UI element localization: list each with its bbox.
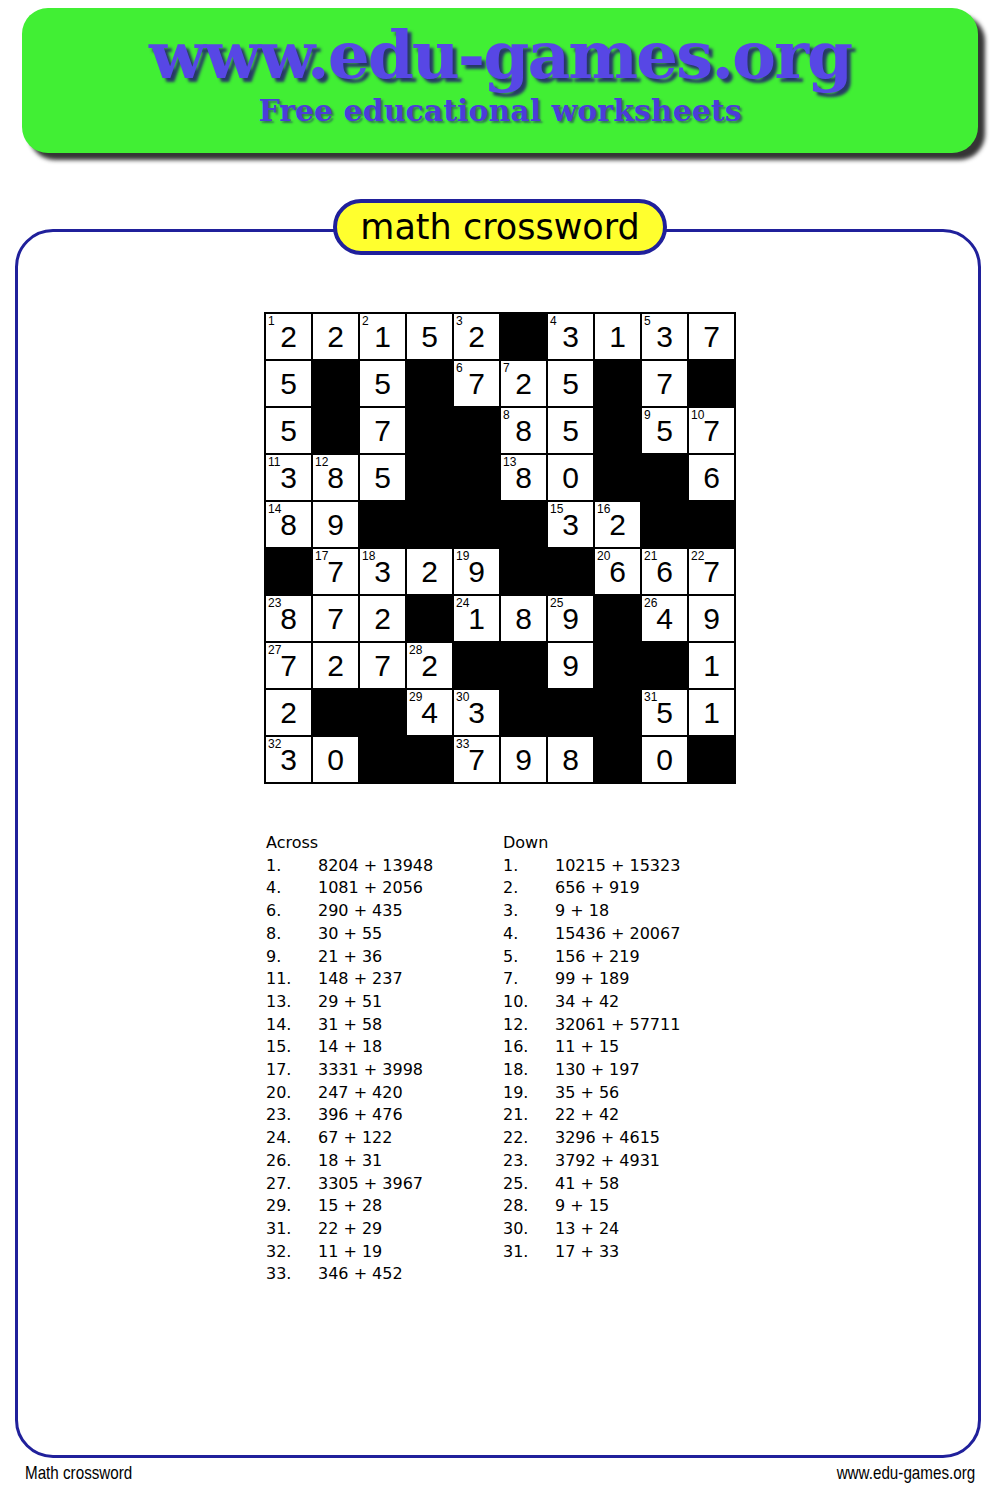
clue-num: 1. [266,855,318,878]
grid-cell[interactable]: 259 [548,596,593,641]
cell-digit: 8 [266,602,311,636]
worksheet-title: math crossword [360,210,639,245]
cell-digit: 5 [407,320,452,354]
grid-cell[interactable]: 5 [407,314,452,359]
grid-cell[interactable]: 323 [266,737,311,782]
grid-cell[interactable]: 72 [501,361,546,406]
clue-num: 10. [503,991,555,1014]
blocked-cell [454,502,499,547]
cell-digit: 7 [454,367,499,401]
clue-text: 396 + 476 [318,1104,501,1127]
blocked-cell [407,408,452,453]
grid-cell[interactable]: 216 [642,549,687,594]
cell-digit: 5 [266,367,311,401]
clue-num: 17. [266,1059,318,1082]
blocked-cell [642,643,687,688]
grid-cell[interactable]: 153 [548,502,593,547]
grid-cell[interactable]: 88 [501,408,546,453]
blocked-cell [454,643,499,688]
cell-digit: 2 [313,649,358,683]
blocked-cell [595,737,640,782]
cell-digit: 7 [313,602,358,636]
clue-row: 3.9 + 18 [503,900,748,923]
grid-cell[interactable]: 8 [501,596,546,641]
blocked-cell [313,361,358,406]
grid-cell[interactable]: 53 [642,314,687,359]
grid-cell[interactable]: 7 [642,361,687,406]
blocked-cell [642,455,687,500]
clue-text: 148 + 237 [318,968,501,991]
clue-row: 11.148 + 237 [266,968,501,991]
clue-row: 4.15436 + 20067 [503,923,748,946]
cell-digit: 2 [360,602,405,636]
cell-digit: 2 [266,320,311,354]
clue-row: 17.3331 + 3998 [266,1059,501,1082]
grid-cell[interactable]: 227 [689,549,734,594]
clue-text: 14 + 18 [318,1036,501,1059]
grid-cell[interactable]: 1 [689,690,734,735]
clue-row: 26.18 + 31 [266,1150,501,1173]
clue-row: 18.130 + 197 [503,1059,748,1082]
clue-text: 41 + 58 [555,1173,748,1196]
worksheet-page: www.edu-games.org Free educational works… [0,0,1000,1500]
clue-text: 10215 + 15323 [555,855,748,878]
clue-num: 9. [266,946,318,969]
clue-text: 18 + 31 [318,1150,501,1173]
blocked-cell [595,455,640,500]
cell-digit: 0 [548,461,593,495]
clue-text: 3296 + 4615 [555,1127,748,1150]
clue-num: 11. [266,968,318,991]
clue-row: 23.3792 + 4931 [503,1150,748,1173]
clue-num: 12. [503,1014,555,1037]
clue-text: 29 + 51 [318,991,501,1014]
grid-cell[interactable]: 128 [313,455,358,500]
cell-digit: 1 [454,602,499,636]
clue-num: 32. [266,1241,318,1264]
clue-text: 67 + 122 [318,1127,501,1150]
cell-digit: 8 [266,508,311,542]
clue-row: 28.9 + 15 [503,1195,748,1218]
grid-cell[interactable]: 2 [313,314,358,359]
cell-digit: 5 [642,414,687,448]
clue-row: 19.35 + 56 [503,1082,748,1105]
clue-text: 1081 + 2056 [318,877,501,900]
blocked-cell [313,690,358,735]
cell-digit: 2 [501,367,546,401]
cell-digit: 9 [689,602,734,636]
clue-row: 20.247 + 420 [266,1082,501,1105]
cell-digit: 8 [501,602,546,636]
cell-digit: 6 [595,555,640,589]
clue-text: 17 + 33 [555,1241,748,1264]
cell-digit: 7 [360,414,405,448]
clue-text: 656 + 919 [555,877,748,900]
cell-digit: 0 [313,743,358,777]
cell-digit: 7 [689,320,734,354]
clue-row: 30.13 + 24 [503,1218,748,1241]
footer-site-url: www.edu-games.org [836,1462,975,1484]
across-label: Across [266,832,501,855]
grid-cell[interactable]: 9 [501,737,546,782]
blocked-cell [501,502,546,547]
clue-row: 22.3296 + 4615 [503,1127,748,1150]
cell-digit: 3 [266,461,311,495]
cell-digit: 9 [313,508,358,542]
clue-text: 13 + 24 [555,1218,748,1241]
clue-num: 13. [266,991,318,1014]
clue-num: 6. [266,900,318,923]
clue-num: 33. [266,1263,318,1286]
clue-num: 22. [503,1127,555,1150]
cell-digit: 8 [548,743,593,777]
blocked-cell [360,502,405,547]
grid-cell[interactable]: 9 [689,596,734,641]
blocked-cell [595,643,640,688]
cell-digit: 5 [266,414,311,448]
clue-text: 21 + 36 [318,946,501,969]
clue-num: 2. [503,877,555,900]
clue-row: 7.99 + 189 [503,968,748,991]
clue-text: 9 + 18 [555,900,748,923]
clue-num: 31. [503,1241,555,1264]
blocked-cell [360,737,405,782]
grid-cell[interactable]: 32 [454,314,499,359]
grid-cell[interactable]: 5 [266,408,311,453]
clue-row: 9.21 + 36 [266,946,501,969]
clue-text: 3792 + 4931 [555,1150,748,1173]
grid-cell[interactable]: 8 [548,737,593,782]
clue-num: 5. [503,946,555,969]
clue-num: 19. [503,1082,555,1105]
grid-cell[interactable]: 138 [501,455,546,500]
grid-cell[interactable]: 6 [689,455,734,500]
cell-digit: 2 [407,649,452,683]
cell-digit: 3 [360,555,405,589]
grid-cell[interactable]: 5 [266,361,311,406]
blocked-cell [642,502,687,547]
grid-cell[interactable]: 294 [407,690,452,735]
grid-cell[interactable]: 337 [454,737,499,782]
clue-text: 35 + 56 [555,1082,748,1105]
blocked-cell [595,408,640,453]
cell-digit: 2 [313,320,358,354]
blocked-cell [689,361,734,406]
cell-digit: 3 [548,320,593,354]
clue-text: 22 + 42 [555,1104,748,1127]
cell-digit: 6 [642,555,687,589]
clue-row: 15.14 + 18 [266,1036,501,1059]
cell-digit: 2 [595,508,640,542]
grid-cell[interactable]: 43 [548,314,593,359]
cell-digit: 1 [689,696,734,730]
cell-digit: 7 [266,649,311,683]
grid-cell[interactable]: 2 [360,596,405,641]
grid-cell[interactable]: 21 [360,314,405,359]
clue-num: 1. [503,855,555,878]
cell-digit: 0 [642,743,687,777]
cell-digit: 2 [407,555,452,589]
grid-cell[interactable]: 148 [266,502,311,547]
grid-cell[interactable]: 9 [313,502,358,547]
crossword-grid: 1222153243153755677257578859510711312851… [264,312,736,784]
blocked-cell [501,643,546,688]
cell-digit: 1 [595,320,640,354]
cell-digit: 4 [407,696,452,730]
cell-digit: 5 [360,367,405,401]
cell-digit: 4 [642,602,687,636]
clue-num: 25. [503,1173,555,1196]
blocked-cell [548,549,593,594]
footer-worksheet-name: Math crossword [25,1462,132,1484]
across-clues: Across 1.8204 + 139484.1081 + 20566.290 … [266,832,501,1286]
cell-digit: 1 [689,649,734,683]
blocked-cell [360,690,405,735]
cell-digit: 9 [454,555,499,589]
cell-digit: 7 [689,414,734,448]
clue-row: 33.346 + 452 [266,1263,501,1286]
clue-row: 1.8204 + 13948 [266,855,501,878]
grid-cell[interactable]: 2 [407,549,452,594]
clue-text: 15436 + 20067 [555,923,748,946]
blocked-cell [689,737,734,782]
cell-digit: 9 [501,743,546,777]
cell-digit: 5 [548,414,593,448]
grid-cell[interactable]: 264 [642,596,687,641]
clue-text: 31 + 58 [318,1014,501,1037]
clue-text: 32061 + 57711 [555,1014,748,1037]
grid-cell[interactable]: 2 [266,690,311,735]
clue-num: 26. [266,1150,318,1173]
blocked-cell [407,596,452,641]
clue-text: 11 + 19 [318,1241,501,1264]
grid-cell[interactable]: 107 [689,408,734,453]
cell-digit: 7 [360,649,405,683]
cell-digit: 5 [548,367,593,401]
blocked-cell [501,314,546,359]
clue-row: 31.22 + 29 [266,1218,501,1241]
clue-row: 13.29 + 51 [266,991,501,1014]
blocked-cell [548,690,593,735]
clue-num: 18. [503,1059,555,1082]
clue-text: 290 + 435 [318,900,501,923]
clue-text: 15 + 28 [318,1195,501,1218]
clue-row: 21.22 + 42 [503,1104,748,1127]
clue-row: 12.32061 + 57711 [503,1014,748,1037]
grid-cell[interactable]: 5 [548,361,593,406]
clue-row: 6.290 + 435 [266,900,501,923]
clue-num: 14. [266,1014,318,1037]
clue-row: 4.1081 + 2056 [266,877,501,900]
grid-cell[interactable]: 2 [313,643,358,688]
blocked-cell [407,361,452,406]
cell-digit: 6 [689,461,734,495]
worksheet-title-pill: math crossword [333,199,667,255]
grid-cell[interactable]: 241 [454,596,499,641]
clue-text: 346 + 452 [318,1263,501,1286]
clue-num: 8. [266,923,318,946]
grid-cell[interactable]: 7 [689,314,734,359]
cell-digit: 2 [454,320,499,354]
grid-cell[interactable]: 206 [595,549,640,594]
cell-digit: 2 [266,696,311,730]
grid-cell[interactable]: 12 [266,314,311,359]
clue-text: 9 + 15 [555,1195,748,1218]
clue-row: 1.10215 + 15323 [503,855,748,878]
cell-digit: 8 [313,461,358,495]
clue-num: 3. [503,900,555,923]
blocked-cell [595,690,640,735]
grid-cell[interactable]: 5 [360,361,405,406]
blocked-cell [501,549,546,594]
clue-num: 27. [266,1173,318,1196]
grid-cell[interactable]: 238 [266,596,311,641]
clue-row: 10.34 + 42 [503,991,748,1014]
site-title: www.edu-games.org [22,8,978,90]
clue-row: 23.396 + 476 [266,1104,501,1127]
grid-cell[interactable]: 9 [548,643,593,688]
blocked-cell [266,549,311,594]
clue-text: 22 + 29 [318,1218,501,1241]
grid-cell[interactable]: 5 [548,408,593,453]
clue-num: 30. [503,1218,555,1241]
cell-digit: 9 [548,649,593,683]
down-clues: Down 1.10215 + 153232.656 + 9193.9 + 184… [503,832,748,1263]
grid-cell[interactable]: 0 [642,737,687,782]
site-banner: www.edu-games.org Free educational works… [22,8,978,153]
blocked-cell [454,408,499,453]
clue-text: 156 + 219 [555,946,748,969]
clue-num: 20. [266,1082,318,1105]
blocked-cell [313,408,358,453]
clue-row: 16.11 + 15 [503,1036,748,1059]
grid-cell[interactable]: 183 [360,549,405,594]
cell-digit: 3 [266,743,311,777]
grid-cell[interactable]: 7 [360,643,405,688]
clue-row: 5.156 + 219 [503,946,748,969]
site-subtitle: Free educational worksheets [22,94,978,128]
blocked-cell [407,455,452,500]
grid-cell[interactable]: 303 [454,690,499,735]
blocked-cell [454,455,499,500]
grid-cell[interactable]: 199 [454,549,499,594]
clue-num: 7. [503,968,555,991]
clue-row: 2.656 + 919 [503,877,748,900]
cell-digit: 7 [454,743,499,777]
grid-cell[interactable]: 1 [689,643,734,688]
clue-text: 11 + 15 [555,1036,748,1059]
clue-num: 31. [266,1218,318,1241]
blocked-cell [407,737,452,782]
grid-cell[interactable]: 277 [266,643,311,688]
cell-digit: 9 [548,602,593,636]
clue-row: 14.31 + 58 [266,1014,501,1037]
clue-num: 23. [266,1104,318,1127]
grid-cell[interactable]: 7 [313,596,358,641]
grid-cell[interactable]: 5 [360,455,405,500]
clue-text: 3331 + 3998 [318,1059,501,1082]
grid-cell[interactable]: 67 [454,361,499,406]
clue-row: 25.41 + 58 [503,1173,748,1196]
cell-digit: 5 [360,461,405,495]
blocked-cell [595,596,640,641]
blocked-cell [595,361,640,406]
clue-row: 24.67 + 122 [266,1127,501,1150]
clue-num: 16. [503,1036,555,1059]
blocked-cell [689,502,734,547]
clue-num: 24. [266,1127,318,1150]
clue-num: 21. [503,1104,555,1127]
cell-digit: 3 [548,508,593,542]
clue-num: 29. [266,1195,318,1218]
clue-text: 130 + 197 [555,1059,748,1082]
clue-text: 30 + 55 [318,923,501,946]
clue-num: 4. [503,923,555,946]
clue-row: 32.11 + 19 [266,1241,501,1264]
clue-num: 28. [503,1195,555,1218]
grid-cell[interactable]: 7 [360,408,405,453]
clue-text: 34 + 42 [555,991,748,1014]
grid-cell[interactable]: 315 [642,690,687,735]
clue-row: 8.30 + 55 [266,923,501,946]
grid-cell[interactable]: 95 [642,408,687,453]
clue-text: 8204 + 13948 [318,855,501,878]
clue-row: 31.17 + 33 [503,1241,748,1264]
clue-text: 3305 + 3967 [318,1173,501,1196]
cell-digit: 5 [642,696,687,730]
down-label: Down [503,832,748,855]
cell-digit: 8 [501,461,546,495]
clue-row: 29.15 + 28 [266,1195,501,1218]
blocked-cell [407,502,452,547]
clue-text: 247 + 420 [318,1082,501,1105]
clue-row: 27.3305 + 3967 [266,1173,501,1196]
clue-num: 4. [266,877,318,900]
grid-cell[interactable]: 0 [548,455,593,500]
cell-digit: 7 [689,555,734,589]
clue-text: 99 + 189 [555,968,748,991]
cell-digit: 7 [642,367,687,401]
grid-cell[interactable]: 1 [595,314,640,359]
clue-num: 15. [266,1036,318,1059]
cell-digit: 8 [501,414,546,448]
grid-cell[interactable]: 162 [595,502,640,547]
grid-cell[interactable]: 0 [313,737,358,782]
cell-digit: 7 [313,555,358,589]
grid-cell[interactable]: 282 [407,643,452,688]
cell-digit: 3 [642,320,687,354]
grid-cell[interactable]: 177 [313,549,358,594]
cell-digit: 1 [360,320,405,354]
grid-cell[interactable]: 113 [266,455,311,500]
blocked-cell [501,690,546,735]
clue-num: 23. [503,1150,555,1173]
cell-digit: 3 [454,696,499,730]
